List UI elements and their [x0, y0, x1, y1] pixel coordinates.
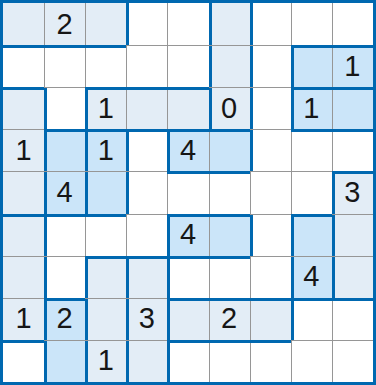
- cell-r6c3[interactable]: [126, 256, 167, 298]
- cell-r0c0[interactable]: [3, 3, 44, 45]
- cell-r0c4[interactable]: [167, 3, 208, 45]
- cell-r1c2[interactable]: [85, 45, 126, 87]
- cell-r0c5[interactable]: [209, 3, 250, 45]
- cell-r2c3[interactable]: [126, 87, 167, 129]
- cell-r1c6[interactable]: [250, 45, 291, 87]
- cell-r7c8[interactable]: [332, 298, 373, 340]
- cell-r4c8[interactable]: 3: [332, 171, 373, 213]
- cell-r7c7[interactable]: [291, 298, 332, 340]
- cell-r6c0[interactable]: [3, 256, 44, 298]
- cell-r1c0[interactable]: [3, 45, 44, 87]
- cell-r3c8[interactable]: [332, 129, 373, 171]
- cell-r8c8[interactable]: [332, 340, 373, 382]
- cell-r3c3[interactable]: [126, 129, 167, 171]
- clue-digit: 2: [57, 10, 73, 39]
- cell-r4c2[interactable]: [85, 171, 126, 213]
- clue-digit: 1: [15, 136, 31, 165]
- cell-r0c1[interactable]: 2: [44, 3, 85, 45]
- cell-r7c3[interactable]: 3: [126, 298, 167, 340]
- cell-r8c1[interactable]: [44, 340, 85, 382]
- cell-r1c4[interactable]: [167, 45, 208, 87]
- clue-digit: 1: [303, 94, 319, 123]
- clue-digit: 1: [98, 94, 114, 123]
- cell-r1c8[interactable]: 1: [332, 45, 373, 87]
- cell-r3c4[interactable]: 4: [167, 129, 208, 171]
- cell-r0c6[interactable]: [250, 3, 291, 45]
- cell-r2c8[interactable]: [332, 87, 373, 129]
- cell-r8c0[interactable]: [3, 340, 44, 382]
- cell-r4c4[interactable]: [167, 171, 208, 213]
- cell-r2c7[interactable]: 1: [291, 87, 332, 129]
- cell-r2c5[interactable]: 0: [209, 87, 250, 129]
- cell-r5c2[interactable]: [85, 214, 126, 256]
- clue-digit: 3: [344, 178, 360, 207]
- clue-digit: 4: [180, 136, 196, 165]
- clue-digit: 2: [221, 304, 237, 333]
- cell-r5c7[interactable]: [291, 214, 332, 256]
- cell-r7c5[interactable]: 2: [209, 298, 250, 340]
- clue-digit: 1: [15, 304, 31, 333]
- clue-digit: 4: [180, 220, 196, 249]
- cell-r4c6[interactable]: [250, 171, 291, 213]
- cell-r2c0[interactable]: [3, 87, 44, 129]
- cell-r8c3[interactable]: [126, 340, 167, 382]
- clue-digit: 2: [57, 304, 73, 333]
- cell-r0c8[interactable]: [332, 3, 373, 45]
- cell-r2c4[interactable]: [167, 87, 208, 129]
- cell-r4c5[interactable]: [209, 171, 250, 213]
- cell-r4c1[interactable]: 4: [44, 171, 85, 213]
- cell-r5c0[interactable]: [3, 214, 44, 256]
- cell-r5c6[interactable]: [250, 214, 291, 256]
- cell-r5c1[interactable]: [44, 214, 85, 256]
- cell-r2c1[interactable]: [44, 87, 85, 129]
- clue-digit: 1: [344, 52, 360, 81]
- clue-digit: 0: [221, 94, 237, 123]
- cell-r0c3[interactable]: [126, 3, 167, 45]
- cell-r5c5[interactable]: [209, 214, 250, 256]
- cell-r3c1[interactable]: [44, 129, 85, 171]
- cell-r1c7[interactable]: [291, 45, 332, 87]
- clue-digit: 1: [98, 136, 114, 165]
- cell-r6c7[interactable]: 4: [291, 256, 332, 298]
- cell-r7c6[interactable]: [250, 298, 291, 340]
- clue-digit: 3: [139, 304, 155, 333]
- cell-r6c2[interactable]: [85, 256, 126, 298]
- cell-r2c2[interactable]: 1: [85, 87, 126, 129]
- clue-digit: 4: [303, 262, 319, 291]
- cell-r0c7[interactable]: [291, 3, 332, 45]
- puzzle-board: 21101114434412321: [0, 0, 376, 385]
- cell-r8c7[interactable]: [291, 340, 332, 382]
- cell-r5c8[interactable]: [332, 214, 373, 256]
- cell-r4c0[interactable]: [3, 171, 44, 213]
- cell-r8c2[interactable]: 1: [85, 340, 126, 382]
- clue-digit: 4: [57, 178, 73, 207]
- clue-digit: 1: [98, 346, 114, 375]
- cell-r3c0[interactable]: 1: [3, 129, 44, 171]
- cell-r6c5[interactable]: [209, 256, 250, 298]
- cell-r7c1[interactable]: 2: [44, 298, 85, 340]
- cell-r8c6[interactable]: [250, 340, 291, 382]
- cell-r8c5[interactable]: [209, 340, 250, 382]
- cell-r2c6[interactable]: [250, 87, 291, 129]
- cell-r3c7[interactable]: [291, 129, 332, 171]
- cell-r0c2[interactable]: [85, 3, 126, 45]
- cell-r6c8[interactable]: [332, 256, 373, 298]
- cell-r1c1[interactable]: [44, 45, 85, 87]
- cell-r7c4[interactable]: [167, 298, 208, 340]
- cell-r7c2[interactable]: [85, 298, 126, 340]
- cell-r6c6[interactable]: [250, 256, 291, 298]
- cell-r1c3[interactable]: [126, 45, 167, 87]
- cell-r3c2[interactable]: 1: [85, 129, 126, 171]
- cell-r8c4[interactable]: [167, 340, 208, 382]
- cell-r1c5[interactable]: [209, 45, 250, 87]
- cell-r6c4[interactable]: [167, 256, 208, 298]
- cell-r6c1[interactable]: [44, 256, 85, 298]
- cell-r3c6[interactable]: [250, 129, 291, 171]
- cell-r4c7[interactable]: [291, 171, 332, 213]
- cell-r7c0[interactable]: 1: [3, 298, 44, 340]
- cell-r4c3[interactable]: [126, 171, 167, 213]
- cell-r3c5[interactable]: [209, 129, 250, 171]
- cell-r5c4[interactable]: 4: [167, 214, 208, 256]
- cell-r5c3[interactable]: [126, 214, 167, 256]
